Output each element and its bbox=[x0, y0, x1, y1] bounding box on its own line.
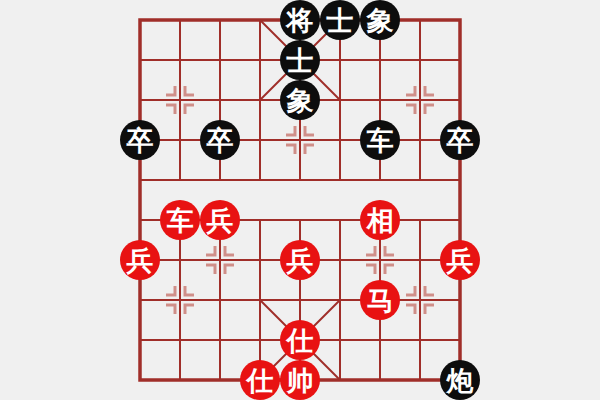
piece-black-elephant[interactable]: 象 bbox=[280, 80, 320, 120]
piece-black-advisor[interactable]: 士 bbox=[320, 0, 360, 40]
piece-black-soldier[interactable]: 卒 bbox=[200, 120, 240, 160]
piece-black-general[interactable]: 将 bbox=[280, 0, 320, 40]
piece-black-cannon[interactable]: 炮 bbox=[440, 360, 480, 400]
piece-black-soldier[interactable]: 卒 bbox=[440, 120, 480, 160]
piece-black-chariot[interactable]: 车 bbox=[360, 120, 400, 160]
piece-red-advisor[interactable]: 仕 bbox=[280, 320, 320, 360]
piece-red-soldier[interactable]: 兵 bbox=[200, 200, 240, 240]
piece-red-soldier[interactable]: 兵 bbox=[440, 240, 480, 280]
piece-black-advisor[interactable]: 士 bbox=[280, 40, 320, 80]
xiangqi-game: 将士象士象卒卒车卒炮车兵相兵兵兵马仕仕帅 bbox=[0, 0, 600, 400]
piece-red-elephant[interactable]: 相 bbox=[360, 200, 400, 240]
piece-red-general[interactable]: 帅 bbox=[280, 360, 320, 400]
piece-red-soldier[interactable]: 兵 bbox=[280, 240, 320, 280]
xiangqi-board[interactable]: 将士象士象卒卒车卒炮车兵相兵兵兵马仕仕帅 bbox=[120, 0, 480, 400]
piece-black-elephant[interactable]: 象 bbox=[360, 0, 400, 40]
piece-red-chariot[interactable]: 车 bbox=[160, 200, 200, 240]
piece-black-soldier[interactable]: 卒 bbox=[120, 120, 160, 160]
piece-red-advisor[interactable]: 仕 bbox=[240, 360, 280, 400]
piece-red-soldier[interactable]: 兵 bbox=[120, 240, 160, 280]
piece-red-horse[interactable]: 马 bbox=[360, 280, 400, 320]
